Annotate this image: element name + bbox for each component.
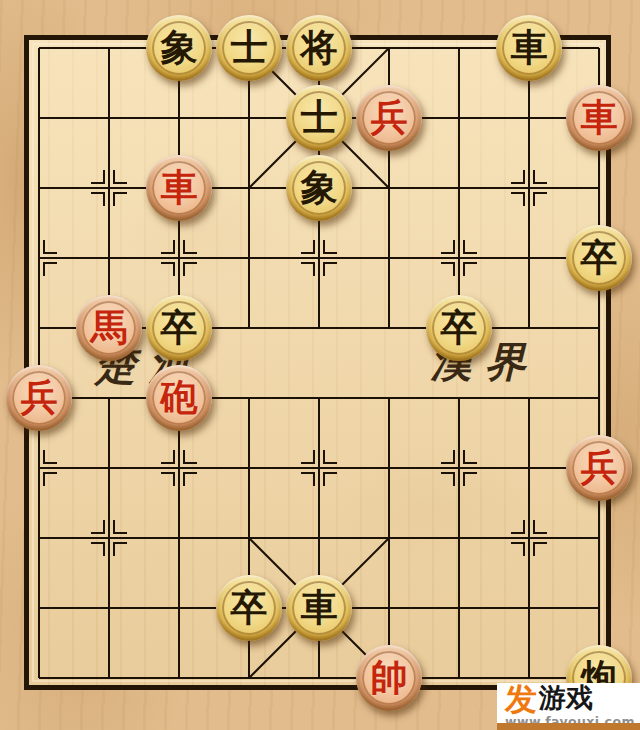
piece-black-soldier[interactable]: 卒 [216,575,282,641]
piece-glyph: 車 [581,99,618,136]
piece-black-chariot[interactable]: 車 [286,575,352,641]
piece-glyph: 卒 [581,239,618,276]
piece-face: 将 [292,21,346,75]
piece-black-general[interactable]: 将 [286,15,352,81]
watermark: 发游戏 www.fayouxi.com [497,683,640,730]
piece-red-horse[interactable]: 馬 [76,295,142,361]
piece-glyph: 兵 [371,99,408,136]
piece-glyph: 卒 [231,589,268,626]
piece-face: 車 [152,161,206,215]
piece-face: 車 [292,581,346,635]
piece-face: 士 [222,21,276,75]
piece-glyph: 馬 [91,309,128,346]
piece-black-elephant[interactable]: 象 [146,15,212,81]
piece-black-soldier[interactable]: 卒 [426,295,492,361]
piece-glyph: 帥 [371,659,408,696]
piece-face: 象 [292,161,346,215]
watermark-logo-youxi: 游戏 [539,683,593,713]
xiangqi-screenshot: 楚河 漢界 象士将車士兵車車象卒馬卒卒兵砲兵卒車帥炮 发游戏 www.fayou… [0,0,640,730]
piece-face: 士 [292,91,346,145]
piece-glyph: 卒 [441,309,478,346]
piece-red-soldier[interactable]: 兵 [356,85,422,151]
piece-face: 砲 [152,371,206,425]
piece-red-chariot[interactable]: 車 [566,85,632,151]
piece-red-chariot[interactable]: 車 [146,155,212,221]
piece-black-elephant[interactable]: 象 [286,155,352,221]
piece-glyph: 将 [301,29,338,66]
piece-red-soldier[interactable]: 兵 [566,435,632,501]
piece-face: 卒 [432,301,486,355]
piece-glyph: 車 [161,169,198,206]
piece-glyph: 砲 [161,379,198,416]
piece-face: 兵 [362,91,416,145]
piece-face: 車 [572,91,626,145]
pieces-layer[interactable]: 象士将車士兵車車象卒馬卒卒兵砲兵卒車帥炮 [4,13,634,713]
piece-glyph: 士 [231,29,268,66]
piece-face: 卒 [152,301,206,355]
piece-glyph: 士 [301,99,338,136]
piece-glyph: 兵 [21,379,58,416]
piece-face: 帥 [362,651,416,705]
piece-face: 象 [152,21,206,75]
piece-red-soldier[interactable]: 兵 [6,365,72,431]
watermark-logo-fa: 发 [505,683,537,718]
piece-glyph: 兵 [581,449,618,486]
piece-red-general[interactable]: 帥 [356,645,422,711]
piece-face: 兵 [12,371,66,425]
watermark-logo: 发游戏 [505,684,640,716]
piece-red-cannon[interactable]: 砲 [146,365,212,431]
piece-glyph: 車 [301,589,338,626]
piece-glyph: 車 [511,29,548,66]
piece-glyph: 象 [301,169,338,206]
watermark-url: www.fayouxi.com [505,716,640,728]
piece-face: 馬 [82,301,136,355]
piece-black-soldier[interactable]: 卒 [146,295,212,361]
piece-face: 卒 [572,231,626,285]
piece-black-advisor[interactable]: 士 [286,85,352,151]
piece-face: 兵 [572,441,626,495]
piece-black-chariot[interactable]: 車 [496,15,562,81]
piece-glyph: 卒 [161,309,198,346]
piece-black-advisor[interactable]: 士 [216,15,282,81]
piece-glyph: 象 [161,29,198,66]
piece-face: 卒 [222,581,276,635]
piece-face: 車 [502,21,556,75]
piece-black-soldier[interactable]: 卒 [566,225,632,291]
